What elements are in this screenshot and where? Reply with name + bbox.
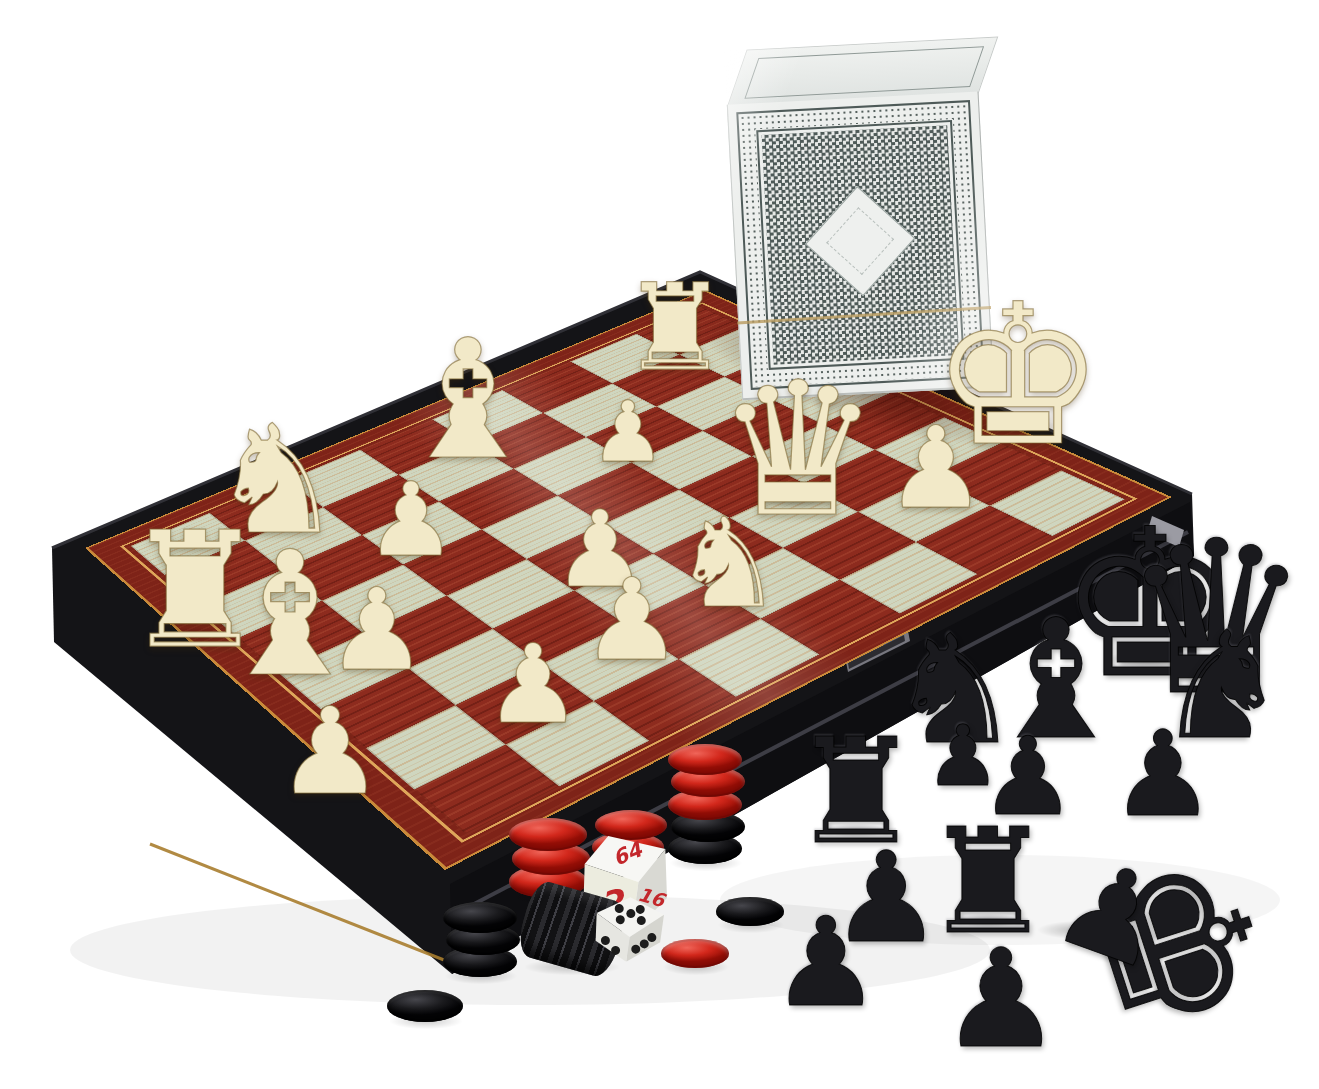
white-knight-glyph: ♞ bbox=[672, 501, 783, 625]
white-pawn-glyph: ♟ bbox=[885, 412, 986, 525]
white-bishop-glyph: ♝ bbox=[213, 529, 367, 701]
red-single bbox=[662, 939, 730, 968]
black-single-left bbox=[388, 990, 464, 1022]
pip-die bbox=[591, 893, 666, 965]
die-pip bbox=[615, 915, 625, 925]
black-pawn-glyph: ♟ bbox=[1110, 715, 1216, 833]
card-deck-top-rim bbox=[744, 46, 984, 99]
product-photo-scene: ♞♜♝♟♟♝♜♟♛♞♟♟♟♟♟♚♞♝♜♚♛♞♟♟♜♟♟♟♟♟♚64216 bbox=[0, 0, 1319, 1089]
black-pawn-glyph: ♟ bbox=[771, 901, 881, 1024]
black-stack-3 bbox=[444, 902, 518, 977]
white-pawn-glyph: ♟ bbox=[484, 630, 582, 739]
white-pawn-glyph: ♟ bbox=[276, 692, 384, 812]
red-on-black-stack bbox=[669, 744, 743, 864]
checker-disc-black bbox=[387, 990, 463, 1022]
white-bishop-glyph: ♝ bbox=[394, 318, 542, 483]
die-pip bbox=[636, 915, 646, 925]
white-pawn-glyph: ♟ bbox=[581, 564, 682, 677]
checker-disc-red bbox=[661, 939, 729, 968]
white-pawn-glyph: ♟ bbox=[590, 390, 665, 474]
checker-disc-black bbox=[443, 902, 517, 933]
white-rook-glyph: ♜ bbox=[621, 268, 729, 388]
white-pawn-glyph: ♟ bbox=[365, 469, 456, 571]
checker-disc-red bbox=[509, 818, 587, 851]
checker-disc-red bbox=[668, 744, 742, 775]
black-pawn-glyph: ♟ bbox=[940, 931, 1062, 1067]
card-deck-emblem-inner bbox=[826, 207, 894, 275]
